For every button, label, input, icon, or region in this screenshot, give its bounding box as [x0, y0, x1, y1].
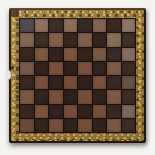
square-e4[interactable] — [78, 76, 92, 89]
square-h1[interactable] — [122, 119, 136, 132]
square-c5[interactable] — [49, 62, 63, 75]
square-a6[interactable] — [20, 48, 34, 61]
square-c4[interactable] — [49, 76, 63, 89]
square-h2[interactable] — [122, 105, 136, 118]
square-a4[interactable] — [20, 76, 34, 89]
square-c3[interactable] — [49, 90, 63, 103]
square-b1[interactable] — [35, 119, 49, 132]
square-e2[interactable] — [78, 105, 92, 118]
photo-background — [0, 0, 155, 155]
square-f1[interactable] — [93, 119, 107, 132]
square-d2[interactable] — [64, 105, 78, 118]
square-a2[interactable] — [20, 105, 34, 118]
square-d3[interactable] — [64, 90, 78, 103]
square-f2[interactable] — [93, 105, 107, 118]
square-g4[interactable] — [107, 76, 121, 89]
square-b2[interactable] — [35, 105, 49, 118]
square-e7[interactable] — [78, 33, 92, 46]
square-g5[interactable] — [107, 62, 121, 75]
square-d5[interactable] — [64, 62, 78, 75]
square-c1[interactable] — [49, 119, 63, 132]
square-h5[interactable] — [122, 62, 136, 75]
board-grid — [20, 19, 135, 132]
square-h7[interactable] — [122, 33, 136, 46]
square-e6[interactable] — [78, 48, 92, 61]
square-e3[interactable] — [78, 90, 92, 103]
square-f4[interactable] — [93, 76, 107, 89]
square-f6[interactable] — [93, 48, 107, 61]
square-c8[interactable] — [49, 19, 63, 32]
square-f7[interactable] — [93, 33, 107, 46]
square-f5[interactable] — [93, 62, 107, 75]
square-c2[interactable] — [49, 105, 63, 118]
square-g1[interactable] — [107, 119, 121, 132]
square-d8[interactable] — [64, 19, 78, 32]
square-a3[interactable] — [20, 90, 34, 103]
square-a8[interactable] — [20, 19, 34, 32]
hinge-speck — [11, 66, 14, 70]
corner-wear-mark — [10, 9, 19, 17]
square-b8[interactable] — [35, 19, 49, 32]
square-c6[interactable] — [49, 48, 63, 61]
square-a5[interactable] — [20, 62, 34, 75]
square-a7[interactable] — [20, 33, 34, 46]
square-a1[interactable] — [20, 119, 34, 132]
square-e5[interactable] — [78, 62, 92, 75]
square-d7[interactable] — [64, 33, 78, 46]
square-g6[interactable] — [107, 48, 121, 61]
square-g7[interactable] — [107, 33, 121, 46]
square-b3[interactable] — [35, 90, 49, 103]
square-d6[interactable] — [64, 48, 78, 61]
square-c7[interactable] — [49, 33, 63, 46]
square-b4[interactable] — [35, 76, 49, 89]
square-d1[interactable] — [64, 119, 78, 132]
square-g2[interactable] — [107, 105, 121, 118]
square-g8[interactable] — [107, 19, 121, 32]
square-e8[interactable] — [78, 19, 92, 32]
square-b7[interactable] — [35, 33, 49, 46]
square-h6[interactable] — [122, 48, 136, 61]
square-e1[interactable] — [78, 119, 92, 132]
square-f8[interactable] — [93, 19, 107, 32]
square-h8[interactable] — [122, 19, 136, 32]
square-g3[interactable] — [107, 90, 121, 103]
chessboard — [9, 8, 146, 143]
square-h3[interactable] — [122, 90, 136, 103]
playing-field — [19, 18, 136, 133]
square-f3[interactable] — [93, 90, 107, 103]
square-b5[interactable] — [35, 62, 49, 75]
square-d4[interactable] — [64, 76, 78, 89]
square-b6[interactable] — [35, 48, 49, 61]
square-h4[interactable] — [122, 76, 136, 89]
